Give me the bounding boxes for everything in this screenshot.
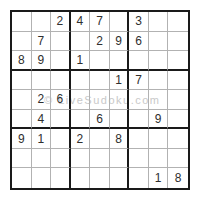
sudoku-cell[interactable] <box>51 51 71 71</box>
sudoku-cell[interactable] <box>12 149 32 169</box>
sudoku-cell[interactable] <box>149 32 169 52</box>
sudoku-cell[interactable] <box>12 12 32 32</box>
sudoku-cell[interactable] <box>51 71 71 91</box>
sudoku-cell[interactable] <box>71 32 91 52</box>
sudoku-cell[interactable] <box>110 12 130 32</box>
sudoku-cell[interactable]: 1 <box>71 51 91 71</box>
sudoku-cell[interactable] <box>168 71 188 91</box>
sudoku-cell[interactable]: 8 <box>12 51 32 71</box>
sudoku-cell[interactable] <box>129 168 149 188</box>
sudoku-cell[interactable]: 8 <box>168 168 188 188</box>
sudoku-cell[interactable]: 3 <box>129 12 149 32</box>
sudoku-cell[interactable] <box>149 12 169 32</box>
sudoku-cell[interactable]: 1 <box>149 168 169 188</box>
sudoku-cell[interactable]: 4 <box>32 110 52 130</box>
sudoku-cell[interactable] <box>149 129 169 149</box>
sudoku-cell[interactable] <box>149 149 169 169</box>
sudoku-cell[interactable] <box>90 149 110 169</box>
sudoku-cell[interactable] <box>168 90 188 110</box>
sudoku-cell[interactable]: 7 <box>32 32 52 52</box>
sudoku-cell[interactable] <box>168 149 188 169</box>
sudoku-cell[interactable]: 2 <box>51 12 71 32</box>
sudoku-cell[interactable] <box>71 71 91 91</box>
sudoku-cell[interactable] <box>149 51 169 71</box>
sudoku-page: © LiveSudoku.com 24737296891172646991281… <box>0 0 200 200</box>
sudoku-cell[interactable] <box>168 51 188 71</box>
sudoku-cell[interactable] <box>71 149 91 169</box>
sudoku-cell[interactable] <box>110 168 130 188</box>
sudoku-cell[interactable] <box>51 149 71 169</box>
sudoku-grid: 247372968911726469912818 <box>10 10 190 190</box>
sudoku-cell[interactable] <box>168 110 188 130</box>
sudoku-cell[interactable] <box>12 90 32 110</box>
sudoku-cell[interactable] <box>129 149 149 169</box>
sudoku-cell[interactable]: 1 <box>32 129 52 149</box>
sudoku-cell[interactable] <box>149 90 169 110</box>
sudoku-cell[interactable] <box>90 129 110 149</box>
sudoku-cell[interactable] <box>32 12 52 32</box>
sudoku-cell[interactable] <box>168 32 188 52</box>
sudoku-cell[interactable]: 9 <box>12 129 32 149</box>
sudoku-cell[interactable] <box>129 90 149 110</box>
sudoku-cell[interactable] <box>110 149 130 169</box>
sudoku-cell[interactable]: 4 <box>71 12 91 32</box>
sudoku-cell[interactable]: 2 <box>32 90 52 110</box>
sudoku-cell[interactable] <box>71 90 91 110</box>
sudoku-cell[interactable] <box>110 110 130 130</box>
sudoku-cell[interactable]: 6 <box>51 90 71 110</box>
sudoku-cell[interactable]: 9 <box>149 110 169 130</box>
sudoku-cell[interactable] <box>32 168 52 188</box>
sudoku-cell[interactable]: 7 <box>90 12 110 32</box>
sudoku-cell[interactable] <box>51 110 71 130</box>
sudoku-cell[interactable] <box>110 51 130 71</box>
sudoku-cell[interactable] <box>90 90 110 110</box>
sudoku-board: © LiveSudoku.com 24737296891172646991281… <box>10 10 190 190</box>
sudoku-cell[interactable]: 8 <box>110 129 130 149</box>
sudoku-cell[interactable] <box>90 51 110 71</box>
sudoku-cell[interactable] <box>129 110 149 130</box>
sudoku-cell[interactable] <box>71 110 91 130</box>
sudoku-cell[interactable]: 2 <box>71 129 91 149</box>
sudoku-cell[interactable]: 1 <box>110 71 130 91</box>
sudoku-cell[interactable] <box>71 168 91 188</box>
sudoku-cell[interactable] <box>90 71 110 91</box>
sudoku-cell[interactable] <box>12 110 32 130</box>
sudoku-cell[interactable]: 6 <box>129 32 149 52</box>
sudoku-cell[interactable] <box>110 90 130 110</box>
sudoku-cell[interactable] <box>149 71 169 91</box>
sudoku-cell[interactable]: 9 <box>110 32 130 52</box>
sudoku-cell[interactable] <box>12 71 32 91</box>
sudoku-cell[interactable] <box>90 168 110 188</box>
sudoku-cell[interactable] <box>51 129 71 149</box>
sudoku-cell[interactable] <box>168 129 188 149</box>
sudoku-cell[interactable]: 6 <box>90 110 110 130</box>
sudoku-cell[interactable]: 2 <box>90 32 110 52</box>
sudoku-cell[interactable] <box>12 168 32 188</box>
sudoku-cell[interactable] <box>51 168 71 188</box>
sudoku-cell[interactable] <box>51 32 71 52</box>
sudoku-cell[interactable] <box>32 71 52 91</box>
sudoku-cell[interactable] <box>32 149 52 169</box>
sudoku-cell[interactable] <box>129 129 149 149</box>
sudoku-cell[interactable] <box>168 12 188 32</box>
sudoku-cell[interactable] <box>129 51 149 71</box>
sudoku-cell[interactable] <box>12 32 32 52</box>
sudoku-cell[interactable]: 9 <box>32 51 52 71</box>
sudoku-cell[interactable]: 7 <box>129 71 149 91</box>
